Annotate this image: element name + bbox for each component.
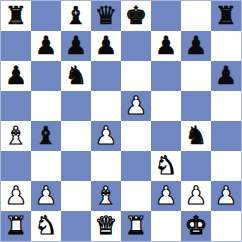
square-c4[interactable] (61, 121, 91, 151)
black-pawn-icon[interactable]: ♟ (5, 61, 27, 91)
white-rook-icon[interactable]: ♜ (5, 211, 27, 241)
square-a6[interactable]: ♟ (1, 61, 31, 91)
white-pawn-icon[interactable]: ♟ (185, 181, 207, 211)
square-f2[interactable]: ♟ (151, 181, 181, 211)
square-b2[interactable]: ♟ (31, 181, 61, 211)
chess-board: ♜♝♛♚♜♟♟♟♟♟♟♞♟♟♝♝♟♞♞♟♟♝♟♟♟♜♞♛♜♚ (1, 1, 241, 241)
square-d2[interactable]: ♝ (91, 181, 121, 211)
white-pawn-icon[interactable]: ♟ (5, 181, 27, 211)
square-b6[interactable] (31, 61, 61, 91)
square-c2[interactable] (61, 181, 91, 211)
square-b3[interactable] (31, 151, 61, 181)
square-e3[interactable] (121, 151, 151, 181)
square-e8[interactable]: ♚ (121, 1, 151, 31)
white-bishop-icon[interactable]: ♝ (95, 181, 117, 211)
white-knight-icon[interactable]: ♞ (155, 151, 177, 181)
square-d7[interactable]: ♟ (91, 31, 121, 61)
square-g1[interactable]: ♚ (181, 211, 211, 241)
black-rook-icon[interactable]: ♜ (5, 1, 27, 31)
square-h2[interactable]: ♟ (211, 181, 241, 211)
black-knight-icon[interactable]: ♞ (65, 61, 87, 91)
square-c5[interactable] (61, 91, 91, 121)
white-rook-icon[interactable]: ♜ (125, 211, 147, 241)
square-c7[interactable]: ♟ (61, 31, 91, 61)
white-queen-icon[interactable]: ♛ (95, 211, 117, 241)
black-pawn-icon[interactable]: ♟ (185, 31, 207, 61)
square-g8[interactable] (181, 1, 211, 31)
square-h6[interactable]: ♟ (211, 61, 241, 91)
square-f1[interactable] (151, 211, 181, 241)
square-a1[interactable]: ♜ (1, 211, 31, 241)
square-a2[interactable]: ♟ (1, 181, 31, 211)
square-e1[interactable]: ♜ (121, 211, 151, 241)
square-b4[interactable]: ♝ (31, 121, 61, 151)
white-king-icon[interactable]: ♚ (185, 211, 207, 241)
square-c3[interactable] (61, 151, 91, 181)
white-pawn-icon[interactable]: ♟ (125, 91, 147, 121)
square-c8[interactable]: ♝ (61, 1, 91, 31)
square-f5[interactable] (151, 91, 181, 121)
square-e2[interactable] (121, 181, 151, 211)
square-g5[interactable] (181, 91, 211, 121)
square-b1[interactable]: ♞ (31, 211, 61, 241)
chess-board-frame: ♜♝♛♚♜♟♟♟♟♟♟♞♟♟♝♝♟♞♞♟♟♝♟♟♟♜♞♛♜♚ (0, 0, 242, 242)
square-f3[interactable]: ♞ (151, 151, 181, 181)
black-pawn-icon[interactable]: ♟ (65, 31, 87, 61)
square-h7[interactable] (211, 31, 241, 61)
black-pawn-icon[interactable]: ♟ (35, 31, 57, 61)
white-bishop-icon[interactable]: ♝ (5, 121, 27, 151)
white-knight-icon[interactable]: ♞ (35, 211, 57, 241)
square-e6[interactable] (121, 61, 151, 91)
square-h5[interactable] (211, 91, 241, 121)
square-g7[interactable]: ♟ (181, 31, 211, 61)
black-pawn-icon[interactable]: ♟ (215, 61, 237, 91)
square-d1[interactable]: ♛ (91, 211, 121, 241)
square-e7[interactable] (121, 31, 151, 61)
black-king-icon[interactable]: ♚ (125, 1, 147, 31)
square-g6[interactable] (181, 61, 211, 91)
square-a4[interactable]: ♝ (1, 121, 31, 151)
square-f4[interactable] (151, 121, 181, 151)
black-rook-icon[interactable]: ♜ (215, 1, 237, 31)
square-h1[interactable] (211, 211, 241, 241)
square-a5[interactable] (1, 91, 31, 121)
white-pawn-icon[interactable]: ♟ (155, 181, 177, 211)
square-e5[interactable]: ♟ (121, 91, 151, 121)
square-d3[interactable] (91, 151, 121, 181)
square-c1[interactable] (61, 211, 91, 241)
square-g2[interactable]: ♟ (181, 181, 211, 211)
square-c6[interactable]: ♞ (61, 61, 91, 91)
white-pawn-icon[interactable]: ♟ (35, 181, 57, 211)
square-b7[interactable]: ♟ (31, 31, 61, 61)
black-pawn-icon[interactable]: ♟ (95, 31, 117, 61)
square-g3[interactable] (181, 151, 211, 181)
square-h4[interactable] (211, 121, 241, 151)
square-a3[interactable] (1, 151, 31, 181)
white-pawn-icon[interactable]: ♟ (95, 121, 117, 151)
black-pawn-icon[interactable]: ♟ (155, 31, 177, 61)
square-d8[interactable]: ♛ (91, 1, 121, 31)
square-f6[interactable] (151, 61, 181, 91)
square-d5[interactable] (91, 91, 121, 121)
square-a8[interactable]: ♜ (1, 1, 31, 31)
square-e4[interactable] (121, 121, 151, 151)
square-f7[interactable]: ♟ (151, 31, 181, 61)
square-d6[interactable] (91, 61, 121, 91)
square-a7[interactable] (1, 31, 31, 61)
square-h8[interactable]: ♜ (211, 1, 241, 31)
square-b5[interactable] (31, 91, 61, 121)
square-f8[interactable] (151, 1, 181, 31)
square-g4[interactable]: ♞ (181, 121, 211, 151)
black-bishop-icon[interactable]: ♝ (35, 121, 57, 151)
black-bishop-icon[interactable]: ♝ (65, 1, 87, 31)
square-d4[interactable]: ♟ (91, 121, 121, 151)
black-queen-icon[interactable]: ♛ (95, 1, 117, 31)
white-pawn-icon[interactable]: ♟ (215, 181, 237, 211)
square-h3[interactable] (211, 151, 241, 181)
black-knight-icon[interactable]: ♞ (185, 121, 207, 151)
square-b8[interactable] (31, 1, 61, 31)
